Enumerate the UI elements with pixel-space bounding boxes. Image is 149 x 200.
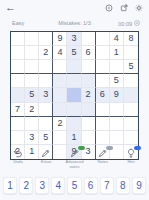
cell-r4c9[interactable] (124, 74, 138, 88)
pencil-icon (69, 147, 81, 159)
cell-r5c3[interactable]: 3 (39, 88, 53, 102)
cell-r6c4[interactable] (53, 103, 67, 117)
cell-r7c6[interactable] (82, 117, 96, 131)
numpad-button-3[interactable]: 3 (35, 177, 49, 194)
pause-button[interactable] (134, 20, 140, 27)
undo-icon (12, 147, 24, 159)
hint-badge (134, 146, 141, 150)
cell-r6c1[interactable]: 7 (11, 103, 25, 117)
advanced-notes-badge (78, 146, 85, 150)
cell-r1c1[interactable] (11, 32, 25, 46)
cell-r8c8[interactable] (110, 131, 124, 145)
timer-label: 00:09 (118, 21, 132, 27)
cell-r7c2[interactable] (25, 117, 39, 131)
erase-button[interactable]: Erase (32, 147, 60, 171)
cell-r7c4[interactable]: 2 (53, 117, 67, 131)
cell-r3c2[interactable] (25, 60, 39, 74)
numpad-button-7[interactable]: 7 (100, 177, 114, 194)
cell-r3c7[interactable] (96, 60, 110, 74)
undo-button[interactable]: Undo (4, 147, 32, 171)
cell-r1c5[interactable]: 3 (67, 32, 81, 46)
cell-r3c8[interactable] (110, 60, 124, 74)
numpad-button-1[interactable]: 1 (3, 177, 17, 194)
cell-r1c2[interactable] (25, 32, 39, 46)
hint-button[interactable]: Hint (117, 147, 145, 171)
notes-button[interactable]: Notes (89, 147, 117, 171)
cell-r7c8[interactable] (110, 117, 124, 131)
cell-r3c4[interactable] (53, 60, 67, 74)
erase-label: Erase (32, 160, 60, 165)
toolbar: UndoEraseAdvanced notesNotesHint (4, 147, 145, 171)
cell-r7c5[interactable] (67, 117, 81, 131)
theme-icon[interactable] (105, 4, 113, 12)
cell-r4c2[interactable] (25, 74, 39, 88)
cell-r6c5[interactable] (67, 103, 81, 117)
cell-r5c7[interactable]: 6 (96, 88, 110, 102)
cell-r8c7[interactable] (96, 131, 110, 145)
advanced-notes-button[interactable]: Advanced notes (61, 147, 89, 171)
cell-r1c7[interactable] (96, 32, 110, 46)
advanced-notes-label: Advanced notes (61, 160, 89, 170)
cell-r7c1[interactable] (11, 117, 25, 131)
cell-r8c6[interactable] (82, 131, 96, 145)
notes-badge (106, 146, 113, 150)
cell-r5c9[interactable] (124, 88, 138, 102)
numpad-button-2[interactable]: 2 (19, 177, 33, 194)
cell-r2c5[interactable]: 5 (67, 46, 81, 60)
cell-r2c8[interactable]: 1 (110, 46, 124, 60)
pencil-icon (40, 147, 52, 159)
settings-icon[interactable] (135, 4, 143, 12)
cell-r1c6[interactable] (82, 32, 96, 46)
cell-r2c7[interactable] (96, 46, 110, 60)
share-icon[interactable] (120, 4, 128, 12)
numpad-button-8[interactable]: 8 (116, 177, 130, 194)
numpad-button-4[interactable]: 4 (51, 177, 65, 194)
notes-label: Notes (89, 160, 117, 165)
cell-r2c1[interactable] (11, 46, 25, 60)
pencil-icon (97, 147, 109, 159)
cell-r6c8[interactable] (110, 103, 124, 117)
cell-r3c6[interactable] (82, 60, 96, 74)
cell-r7c3[interactable] (39, 117, 53, 131)
cell-r8c3[interactable]: 5 (39, 131, 53, 145)
sudoku-board: 93482456155532697223512193 (10, 31, 139, 160)
cell-r1c9[interactable]: 8 (124, 32, 138, 46)
cell-r5c1[interactable] (11, 88, 25, 102)
cell-r2c9[interactable] (124, 46, 138, 60)
cell-r8c1[interactable] (11, 131, 25, 145)
cell-r2c2[interactable] (25, 46, 39, 60)
cell-r6c3[interactable] (39, 103, 53, 117)
status-bar: Easy Mistakes: 1/3 00:09 (0, 19, 149, 28)
cell-r4c6[interactable] (82, 74, 96, 88)
cell-r3c5[interactable] (67, 60, 81, 74)
undo-label: Undo (4, 160, 32, 165)
cell-r4c1[interactable] (11, 74, 25, 88)
cell-r2c4[interactable]: 4 (53, 46, 67, 60)
cell-r5c5[interactable] (67, 88, 81, 102)
cell-r1c3[interactable] (39, 32, 53, 46)
cell-r4c7[interactable] (96, 74, 110, 88)
cell-r3c3[interactable] (39, 60, 53, 74)
cell-r5c6[interactable]: 2 (82, 88, 96, 102)
cell-r6c7[interactable] (96, 103, 110, 117)
cell-r3c1[interactable] (11, 60, 25, 74)
cell-r2c3[interactable]: 2 (39, 46, 53, 60)
cell-r7c7[interactable] (96, 117, 110, 131)
cell-r1c4[interactable]: 9 (53, 32, 67, 46)
numpad-button-5[interactable]: 5 (67, 177, 81, 194)
hint-label: Hint (117, 160, 145, 165)
cell-r4c4[interactable] (53, 74, 67, 88)
cell-r4c8[interactable]: 5 (110, 74, 124, 88)
cell-r7c9[interactable] (124, 117, 138, 131)
cell-r1c8[interactable]: 4 (110, 32, 124, 46)
cell-r8c5[interactable]: 1 (67, 131, 81, 145)
cell-r6c2[interactable]: 2 (25, 103, 39, 117)
cell-r2c6[interactable]: 6 (82, 46, 96, 60)
cell-r8c4[interactable] (53, 131, 67, 145)
cell-r6c9[interactable] (124, 103, 138, 117)
numpad: 123456789 (3, 177, 146, 194)
cell-r8c9[interactable] (124, 131, 138, 145)
numpad-button-9[interactable]: 9 (132, 177, 146, 194)
cell-r3c9[interactable]: 5 (124, 60, 138, 74)
cell-r5c8[interactable]: 9 (110, 88, 124, 102)
cell-r4c5[interactable] (67, 74, 81, 88)
numpad-button-6[interactable]: 6 (84, 177, 98, 194)
cell-r5c4[interactable] (53, 88, 67, 102)
header-bar: ← (0, 0, 149, 16)
back-button[interactable]: ← (5, 1, 16, 13)
hint-icon (125, 147, 137, 159)
cell-r5c2[interactable]: 5 (25, 88, 39, 102)
cell-r4c3[interactable] (39, 74, 53, 88)
cell-r8c2[interactable]: 3 (25, 131, 39, 145)
cell-r6c6[interactable] (82, 103, 96, 117)
